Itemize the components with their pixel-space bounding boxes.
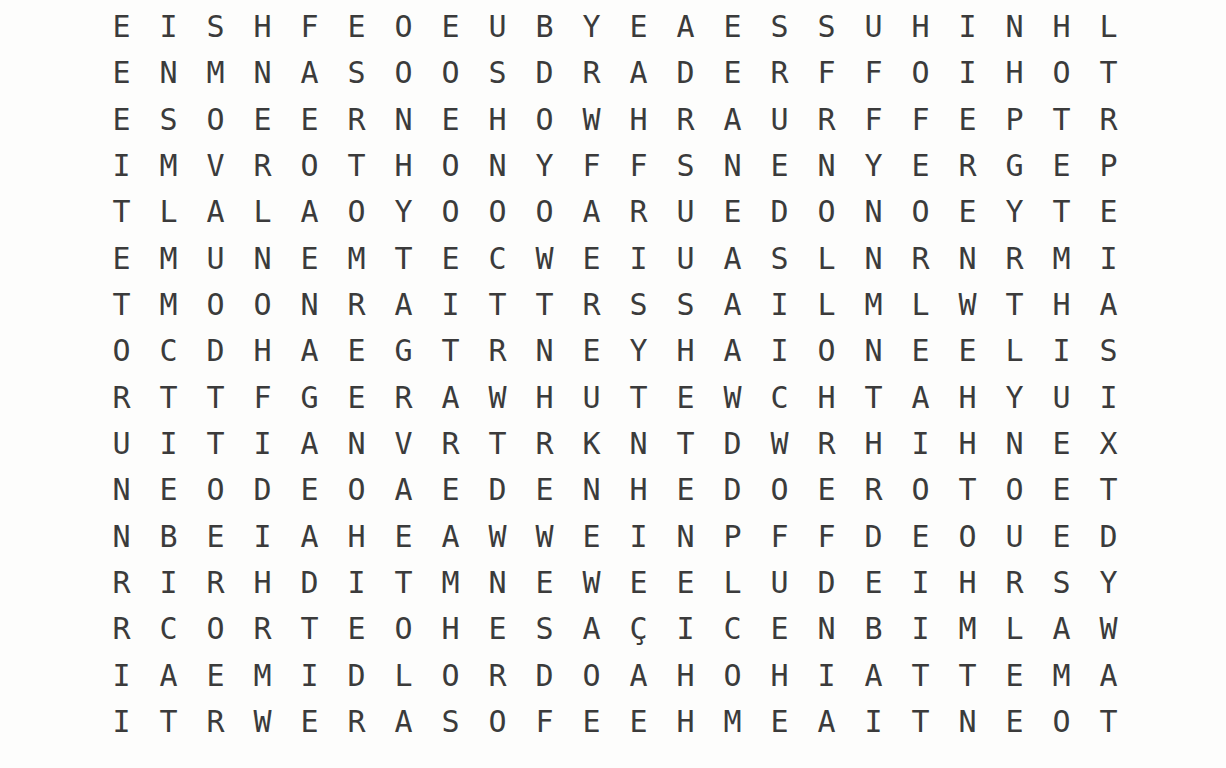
grid-cell[interactable]: T [380, 236, 427, 282]
grid-cell[interactable]: R [239, 606, 286, 652]
grid-cell[interactable]: I [756, 282, 803, 328]
grid-cell[interactable]: S [756, 4, 803, 50]
grid-cell[interactable]: W [521, 513, 568, 559]
grid-cell[interactable]: E [803, 467, 850, 513]
grid-cell[interactable]: E [1085, 189, 1132, 235]
grid-cell[interactable]: E [98, 4, 145, 50]
grid-cell[interactable]: E [991, 652, 1038, 698]
grid-cell[interactable]: U [756, 560, 803, 606]
grid-cell[interactable]: E [897, 328, 944, 374]
grid-cell[interactable]: T [1038, 189, 1085, 235]
grid-cell[interactable]: M [333, 236, 380, 282]
grid-cell[interactable]: H [897, 4, 944, 50]
grid-cell[interactable]: O [427, 50, 474, 96]
grid-cell[interactable]: A [709, 236, 756, 282]
grid-cell[interactable]: O [897, 467, 944, 513]
grid-cell[interactable]: T [192, 375, 239, 421]
grid-cell[interactable]: M [239, 652, 286, 698]
grid-cell[interactable]: H [662, 328, 709, 374]
grid-cell[interactable]: G [991, 143, 1038, 189]
grid-cell[interactable]: H [239, 560, 286, 606]
grid-cell[interactable]: A [615, 652, 662, 698]
grid-cell[interactable]: H [333, 513, 380, 559]
grid-cell[interactable]: D [239, 467, 286, 513]
grid-cell[interactable]: N [615, 421, 662, 467]
grid-cell[interactable]: I [145, 4, 192, 50]
grid-cell[interactable]: E [850, 560, 897, 606]
grid-cell[interactable]: R [756, 50, 803, 96]
grid-cell[interactable]: A [709, 328, 756, 374]
grid-cell[interactable]: N [991, 4, 1038, 50]
grid-cell[interactable]: I [145, 560, 192, 606]
grid-cell[interactable]: S [662, 282, 709, 328]
grid-cell[interactable]: G [380, 328, 427, 374]
grid-cell[interactable]: R [944, 143, 991, 189]
grid-cell[interactable]: E [568, 236, 615, 282]
grid-cell[interactable]: O [380, 4, 427, 50]
grid-cell[interactable]: Y [991, 189, 1038, 235]
grid-cell[interactable]: E [662, 560, 709, 606]
grid-cell[interactable]: E [897, 513, 944, 559]
grid-cell[interactable]: B [850, 606, 897, 652]
grid-cell[interactable]: H [944, 375, 991, 421]
grid-cell[interactable]: D [474, 467, 521, 513]
grid-cell[interactable]: T [1038, 97, 1085, 143]
grid-cell[interactable]: E [521, 560, 568, 606]
grid-cell[interactable]: O [709, 652, 756, 698]
grid-cell[interactable]: I [803, 652, 850, 698]
grid-cell[interactable]: H [380, 143, 427, 189]
grid-cell[interactable]: R [521, 421, 568, 467]
grid-cell[interactable]: S [1085, 328, 1132, 374]
grid-cell[interactable]: O [333, 467, 380, 513]
grid-cell[interactable]: H [615, 97, 662, 143]
grid-cell[interactable]: M [145, 282, 192, 328]
grid-cell[interactable]: V [380, 421, 427, 467]
grid-cell[interactable]: Y [380, 189, 427, 235]
grid-cell[interactable]: N [803, 606, 850, 652]
grid-cell[interactable]: O [239, 282, 286, 328]
grid-cell[interactable]: I [662, 606, 709, 652]
grid-cell[interactable]: L [803, 282, 850, 328]
grid-cell[interactable]: M [1038, 236, 1085, 282]
grid-cell[interactable]: N [474, 143, 521, 189]
grid-cell[interactable]: E [333, 4, 380, 50]
grid-cell[interactable]: N [333, 421, 380, 467]
grid-cell[interactable]: E [98, 50, 145, 96]
grid-cell[interactable]: E [192, 652, 239, 698]
grid-cell[interactable]: N [803, 143, 850, 189]
grid-cell[interactable]: O [897, 189, 944, 235]
grid-cell[interactable]: R [333, 282, 380, 328]
grid-cell[interactable]: E [333, 328, 380, 374]
grid-cell[interactable]: T [991, 282, 1038, 328]
grid-cell[interactable]: E [286, 236, 333, 282]
grid-cell[interactable]: R [474, 652, 521, 698]
grid-cell[interactable]: A [192, 189, 239, 235]
grid-cell[interactable]: L [803, 236, 850, 282]
grid-cell[interactable]: E [709, 4, 756, 50]
grid-cell[interactable]: F [286, 4, 333, 50]
grid-cell[interactable]: R [98, 375, 145, 421]
grid-cell[interactable]: M [1038, 652, 1085, 698]
grid-cell[interactable]: W [944, 282, 991, 328]
grid-cell[interactable]: O [803, 189, 850, 235]
grid-cell[interactable]: E [1038, 513, 1085, 559]
grid-cell[interactable]: D [1085, 513, 1132, 559]
grid-cell[interactable]: E [662, 375, 709, 421]
grid-cell[interactable]: U [192, 236, 239, 282]
grid-cell[interactable]: H [239, 4, 286, 50]
grid-cell[interactable]: R [991, 560, 1038, 606]
grid-cell[interactable]: D [803, 560, 850, 606]
grid-cell[interactable]: I [427, 282, 474, 328]
grid-cell[interactable]: I [897, 421, 944, 467]
grid-cell[interactable]: I [145, 421, 192, 467]
grid-cell[interactable]: C [145, 328, 192, 374]
grid-cell[interactable]: Y [1085, 560, 1132, 606]
grid-cell[interactable]: E [568, 699, 615, 745]
grid-cell[interactable]: Y [568, 4, 615, 50]
grid-cell[interactable]: L [709, 560, 756, 606]
grid-cell[interactable]: N [850, 189, 897, 235]
grid-cell[interactable]: B [521, 4, 568, 50]
grid-cell[interactable]: N [850, 236, 897, 282]
grid-cell[interactable]: A [1085, 282, 1132, 328]
grid-cell[interactable]: T [98, 282, 145, 328]
grid-cell[interactable]: M [145, 143, 192, 189]
grid-cell[interactable]: O [192, 282, 239, 328]
grid-cell[interactable]: I [239, 421, 286, 467]
grid-cell[interactable]: O [521, 189, 568, 235]
grid-cell[interactable]: T [897, 652, 944, 698]
grid-cell[interactable]: E [615, 560, 662, 606]
grid-cell[interactable]: A [850, 652, 897, 698]
grid-cell[interactable]: R [568, 282, 615, 328]
grid-cell[interactable]: F [756, 513, 803, 559]
grid-cell[interactable]: E [333, 606, 380, 652]
grid-cell[interactable]: E [897, 143, 944, 189]
grid-cell[interactable]: L [897, 282, 944, 328]
grid-cell[interactable]: F [615, 143, 662, 189]
grid-cell[interactable]: E [615, 699, 662, 745]
grid-cell[interactable]: A [897, 375, 944, 421]
grid-cell[interactable]: W [568, 560, 615, 606]
grid-cell[interactable]: I [944, 50, 991, 96]
grid-cell[interactable]: S [662, 143, 709, 189]
grid-cell[interactable]: E [474, 606, 521, 652]
grid-cell[interactable]: A [286, 513, 333, 559]
grid-cell[interactable]: M [427, 560, 474, 606]
grid-cell[interactable]: W [756, 421, 803, 467]
grid-cell[interactable]: I [1085, 375, 1132, 421]
grid-cell[interactable]: W [474, 513, 521, 559]
grid-cell[interactable]: N [991, 421, 1038, 467]
grid-cell[interactable]: W [709, 375, 756, 421]
grid-cell[interactable]: T [192, 421, 239, 467]
grid-cell[interactable]: H [474, 97, 521, 143]
grid-cell[interactable]: R [192, 699, 239, 745]
grid-cell[interactable]: O [1038, 699, 1085, 745]
grid-cell[interactable]: X [1085, 421, 1132, 467]
grid-cell[interactable]: H [1038, 282, 1085, 328]
grid-cell[interactable]: U [1038, 375, 1085, 421]
grid-cell[interactable]: G [286, 375, 333, 421]
grid-cell[interactable]: S [615, 282, 662, 328]
grid-cell[interactable]: Y [991, 375, 1038, 421]
grid-cell[interactable]: R [192, 560, 239, 606]
grid-cell[interactable]: A [709, 97, 756, 143]
grid-cell[interactable]: R [239, 143, 286, 189]
grid-cell[interactable]: E [944, 97, 991, 143]
grid-cell[interactable]: I [98, 143, 145, 189]
grid-cell[interactable]: O [427, 652, 474, 698]
grid-cell[interactable]: W [1085, 606, 1132, 652]
grid-cell[interactable]: R [98, 560, 145, 606]
grid-cell[interactable]: H [662, 699, 709, 745]
grid-cell[interactable]: R [427, 421, 474, 467]
grid-cell[interactable]: T [427, 328, 474, 374]
grid-cell[interactable]: N [286, 282, 333, 328]
grid-cell[interactable]: M [850, 282, 897, 328]
grid-cell[interactable]: I [98, 652, 145, 698]
grid-cell[interactable]: N [568, 467, 615, 513]
grid-cell[interactable]: M [944, 606, 991, 652]
grid-cell[interactable]: A [286, 421, 333, 467]
grid-cell[interactable]: N [98, 467, 145, 513]
grid-cell[interactable]: H [662, 652, 709, 698]
grid-cell[interactable]: U [662, 236, 709, 282]
grid-cell[interactable]: H [944, 421, 991, 467]
grid-cell[interactable]: H [427, 606, 474, 652]
grid-cell[interactable]: A [427, 513, 474, 559]
grid-cell[interactable]: U [98, 421, 145, 467]
grid-cell[interactable]: O [333, 189, 380, 235]
grid-cell[interactable]: O [427, 189, 474, 235]
grid-cell[interactable]: R [662, 97, 709, 143]
grid-cell[interactable]: E [568, 513, 615, 559]
grid-cell[interactable]: N [239, 50, 286, 96]
grid-cell[interactable]: E [991, 699, 1038, 745]
grid-cell[interactable]: T [286, 606, 333, 652]
grid-cell[interactable]: D [709, 421, 756, 467]
grid-cell[interactable]: U [756, 97, 803, 143]
grid-cell[interactable]: N [239, 236, 286, 282]
grid-cell[interactable]: D [521, 652, 568, 698]
grid-cell[interactable]: T [944, 652, 991, 698]
grid-cell[interactable]: T [1085, 699, 1132, 745]
grid-cell[interactable]: I [756, 328, 803, 374]
grid-cell[interactable]: O [427, 143, 474, 189]
grid-cell[interactable]: R [98, 606, 145, 652]
grid-cell[interactable]: T [145, 699, 192, 745]
grid-cell[interactable]: D [286, 560, 333, 606]
grid-cell[interactable]: S [145, 97, 192, 143]
grid-cell[interactable]: A [286, 189, 333, 235]
grid-cell[interactable]: T [850, 375, 897, 421]
grid-cell[interactable]: E [239, 97, 286, 143]
grid-cell[interactable]: U [568, 375, 615, 421]
grid-cell[interactable]: E [427, 467, 474, 513]
grid-cell[interactable]: D [192, 328, 239, 374]
grid-cell[interactable]: D [521, 50, 568, 96]
grid-cell[interactable]: E [286, 467, 333, 513]
grid-cell[interactable]: C [145, 606, 192, 652]
grid-cell[interactable]: E [662, 467, 709, 513]
grid-cell[interactable]: T [474, 282, 521, 328]
grid-cell[interactable]: N [944, 699, 991, 745]
grid-cell[interactable]: R [897, 236, 944, 282]
grid-cell[interactable]: F [239, 375, 286, 421]
grid-cell[interactable]: D [333, 652, 380, 698]
grid-cell[interactable]: T [1085, 50, 1132, 96]
grid-cell[interactable]: C [474, 236, 521, 282]
grid-cell[interactable]: T [897, 699, 944, 745]
grid-cell[interactable]: A [1038, 606, 1085, 652]
grid-cell[interactable]: A [286, 50, 333, 96]
grid-cell[interactable]: T [474, 421, 521, 467]
grid-cell[interactable]: A [615, 50, 662, 96]
grid-cell[interactable]: E [615, 4, 662, 50]
grid-cell[interactable]: H [1038, 4, 1085, 50]
grid-cell[interactable]: I [1038, 328, 1085, 374]
grid-cell[interactable]: T [145, 375, 192, 421]
grid-cell[interactable]: S [333, 50, 380, 96]
grid-cell[interactable]: N [98, 513, 145, 559]
grid-cell[interactable]: S [756, 236, 803, 282]
grid-cell[interactable]: H [803, 375, 850, 421]
grid-cell[interactable]: N [145, 50, 192, 96]
grid-cell[interactable]: I [944, 4, 991, 50]
grid-cell[interactable]: R [850, 467, 897, 513]
grid-cell[interactable]: U [662, 189, 709, 235]
grid-cell[interactable]: H [944, 560, 991, 606]
grid-cell[interactable]: A [380, 282, 427, 328]
grid-cell[interactable]: I [239, 513, 286, 559]
grid-cell[interactable]: E [286, 699, 333, 745]
grid-cell[interactable]: D [662, 50, 709, 96]
grid-cell[interactable]: A [145, 652, 192, 698]
grid-cell[interactable]: S [427, 699, 474, 745]
grid-cell[interactable]: E [380, 513, 427, 559]
grid-cell[interactable]: R [615, 189, 662, 235]
grid-cell[interactable]: E [427, 97, 474, 143]
grid-cell[interactable]: I [850, 699, 897, 745]
grid-cell[interactable]: T [521, 282, 568, 328]
grid-cell[interactable]: H [615, 467, 662, 513]
grid-cell[interactable]: I [98, 699, 145, 745]
grid-cell[interactable]: T [333, 143, 380, 189]
grid-cell[interactable]: N [474, 560, 521, 606]
grid-cell[interactable]: E [756, 606, 803, 652]
grid-cell[interactable]: Ç [615, 606, 662, 652]
grid-cell[interactable]: O [897, 50, 944, 96]
grid-cell[interactable]: O [521, 97, 568, 143]
grid-cell[interactable]: V [192, 143, 239, 189]
grid-cell[interactable]: A [568, 606, 615, 652]
grid-cell[interactable]: E [1038, 421, 1085, 467]
grid-cell[interactable]: T [1085, 467, 1132, 513]
grid-cell[interactable]: I [897, 606, 944, 652]
grid-cell[interactable]: F [568, 143, 615, 189]
grid-cell[interactable]: A [286, 328, 333, 374]
grid-cell[interactable]: A [427, 375, 474, 421]
grid-cell[interactable]: R [474, 328, 521, 374]
grid-cell[interactable]: I [615, 513, 662, 559]
grid-cell[interactable]: U [474, 4, 521, 50]
grid-cell[interactable]: E [427, 4, 474, 50]
grid-cell[interactable]: T [98, 189, 145, 235]
grid-cell[interactable]: A [568, 189, 615, 235]
grid-cell[interactable]: O [192, 606, 239, 652]
grid-cell[interactable]: T [662, 421, 709, 467]
grid-cell[interactable]: E [709, 50, 756, 96]
grid-cell[interactable]: E [709, 189, 756, 235]
grid-cell[interactable]: O [756, 467, 803, 513]
grid-cell[interactable]: O [1038, 50, 1085, 96]
grid-cell[interactable]: M [145, 236, 192, 282]
grid-cell[interactable]: F [897, 97, 944, 143]
grid-cell[interactable]: L [991, 606, 1038, 652]
grid-cell[interactable]: E [98, 236, 145, 282]
grid-cell[interactable]: O [98, 328, 145, 374]
grid-cell[interactable]: R [380, 375, 427, 421]
grid-cell[interactable]: E [286, 97, 333, 143]
grid-cell[interactable]: L [239, 189, 286, 235]
grid-cell[interactable]: E [756, 699, 803, 745]
grid-cell[interactable]: O [192, 467, 239, 513]
grid-cell[interactable]: P [709, 513, 756, 559]
grid-cell[interactable]: S [192, 4, 239, 50]
grid-cell[interactable]: H [756, 652, 803, 698]
grid-cell[interactable]: L [991, 328, 1038, 374]
grid-cell[interactable]: N [944, 236, 991, 282]
grid-cell[interactable]: P [1085, 143, 1132, 189]
grid-cell[interactable]: K [568, 421, 615, 467]
grid-cell[interactable]: L [145, 189, 192, 235]
grid-cell[interactable]: P [991, 97, 1038, 143]
grid-cell[interactable]: F [850, 50, 897, 96]
grid-cell[interactable]: E [333, 375, 380, 421]
grid-cell[interactable]: H [991, 50, 1038, 96]
grid-cell[interactable]: F [850, 97, 897, 143]
grid-cell[interactable]: I [897, 560, 944, 606]
grid-cell[interactable]: H [239, 328, 286, 374]
grid-cell[interactable]: S [474, 50, 521, 96]
grid-cell[interactable]: O [286, 143, 333, 189]
grid-cell[interactable]: O [192, 97, 239, 143]
grid-cell[interactable]: N [380, 97, 427, 143]
grid-cell[interactable]: A [803, 699, 850, 745]
grid-cell[interactable]: H [850, 421, 897, 467]
grid-cell[interactable]: E [192, 513, 239, 559]
grid-cell[interactable]: T [944, 467, 991, 513]
grid-cell[interactable]: C [756, 375, 803, 421]
grid-cell[interactable]: R [991, 236, 1038, 282]
grid-cell[interactable]: D [756, 189, 803, 235]
grid-cell[interactable]: F [803, 50, 850, 96]
grid-cell[interactable]: R [803, 421, 850, 467]
grid-cell[interactable]: U [850, 4, 897, 50]
grid-cell[interactable]: A [380, 467, 427, 513]
grid-cell[interactable]: N [709, 143, 756, 189]
grid-cell[interactable]: Y [850, 143, 897, 189]
grid-cell[interactable]: Y [615, 328, 662, 374]
grid-cell[interactable]: A [709, 282, 756, 328]
grid-cell[interactable]: C [709, 606, 756, 652]
grid-cell[interactable]: E [944, 328, 991, 374]
grid-cell[interactable]: S [803, 4, 850, 50]
